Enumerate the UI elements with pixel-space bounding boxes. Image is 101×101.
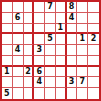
cell-r7c1-given[interactable]: 1 [2, 67, 13, 78]
cell-r1c2[interactable] [13, 2, 24, 13]
cell-r2c9[interactable] [88, 13, 99, 24]
cell-r8c7-given[interactable]: 3 [67, 77, 78, 88]
cell-r9c8[interactable] [77, 88, 88, 99]
cell-r1c5-given[interactable]: 7 [45, 2, 56, 13]
cell-r5c5[interactable] [45, 45, 56, 56]
cell-r9c3[interactable] [24, 88, 35, 99]
cell-r5c4-given[interactable]: 3 [34, 45, 45, 56]
cell-r3c1[interactable] [2, 24, 13, 35]
cell-r5c1[interactable] [2, 45, 13, 56]
cell-r4c7[interactable] [67, 34, 78, 45]
cell-r5c7[interactable] [67, 45, 78, 56]
cell-r2c7-given[interactable]: 4 [67, 13, 78, 24]
cell-r1c6[interactable] [56, 2, 67, 13]
cell-r3c9[interactable] [88, 24, 99, 35]
cell-r9c1-given[interactable]: 5 [2, 88, 13, 99]
cell-r6c4[interactable] [34, 56, 45, 67]
cell-r1c3[interactable] [24, 2, 35, 13]
cell-r4c6[interactable] [56, 34, 67, 45]
cell-r6c5[interactable] [45, 56, 56, 67]
cell-r6c2[interactable] [13, 56, 24, 67]
cell-r3c3[interactable] [24, 24, 35, 35]
cell-r2c3[interactable] [24, 13, 35, 24]
cell-r6c7[interactable] [67, 56, 78, 67]
cell-r2c5[interactable] [45, 13, 56, 24]
cell-r4c3[interactable] [24, 34, 35, 45]
cell-r4c4[interactable] [34, 34, 45, 45]
cell-r3c4[interactable] [34, 24, 45, 35]
cell-r1c1[interactable] [2, 2, 13, 13]
cell-r4c8-given[interactable]: 1 [77, 34, 88, 45]
cell-r7c8[interactable] [77, 67, 88, 78]
cell-r6c6[interactable] [56, 56, 67, 67]
cell-r8c1[interactable] [2, 77, 13, 88]
cell-r8c3[interactable] [24, 77, 35, 88]
cell-r7c4-given[interactable]: 6 [34, 67, 45, 78]
cell-r5c2-given[interactable]: 4 [13, 45, 24, 56]
cell-r8c5[interactable] [45, 77, 56, 88]
cell-r2c1[interactable] [2, 13, 13, 24]
cell-r6c3[interactable] [24, 56, 35, 67]
cell-r8c6[interactable] [56, 77, 67, 88]
cell-r7c5[interactable] [45, 67, 56, 78]
cell-r4c2[interactable] [13, 34, 24, 45]
cell-r1c9[interactable] [88, 2, 99, 13]
cell-r8c4-given[interactable]: 4 [34, 77, 45, 88]
cell-r2c2-given[interactable]: 6 [13, 13, 24, 24]
cell-r4c1[interactable] [2, 34, 13, 45]
cell-r2c8[interactable] [77, 13, 88, 24]
cell-r7c3-given[interactable]: 2 [24, 67, 35, 78]
cell-r9c4[interactable] [34, 88, 45, 99]
cell-r6c8[interactable] [77, 56, 88, 67]
cell-r9c6[interactable] [56, 88, 67, 99]
cell-r8c9[interactable] [88, 77, 99, 88]
cell-r8c2[interactable] [13, 77, 24, 88]
cell-r3c7[interactable] [67, 24, 78, 35]
sudoku-board: 78641512431264375 [0, 0, 101, 101]
cell-r5c6[interactable] [56, 45, 67, 56]
cell-r4c5-given[interactable]: 5 [45, 34, 56, 45]
cell-r5c8[interactable] [77, 45, 88, 56]
cell-r7c2[interactable] [13, 67, 24, 78]
cell-r3c8[interactable] [77, 24, 88, 35]
cell-r9c2[interactable] [13, 88, 24, 99]
cell-r1c4[interactable] [34, 2, 45, 13]
cell-r5c9[interactable] [88, 45, 99, 56]
cell-r7c6[interactable] [56, 67, 67, 78]
cell-r2c4[interactable] [34, 13, 45, 24]
cell-r9c5[interactable] [45, 88, 56, 99]
cell-r6c9[interactable] [88, 56, 99, 67]
cell-r3c6-given[interactable]: 1 [56, 24, 67, 35]
cell-r4c9-given[interactable]: 2 [88, 34, 99, 45]
cell-r3c5[interactable] [45, 24, 56, 35]
cell-r1c8[interactable] [77, 2, 88, 13]
cell-r7c7[interactable] [67, 67, 78, 78]
cell-r8c8-given[interactable]: 7 [77, 77, 88, 88]
cell-r5c3[interactable] [24, 45, 35, 56]
cell-r3c2[interactable] [13, 24, 24, 35]
cell-r9c7[interactable] [67, 88, 78, 99]
cell-r1c7-given[interactable]: 8 [67, 2, 78, 13]
cell-r9c9[interactable] [88, 88, 99, 99]
cell-r6c1[interactable] [2, 56, 13, 67]
cell-r2c6[interactable] [56, 13, 67, 24]
cell-r7c9[interactable] [88, 67, 99, 78]
